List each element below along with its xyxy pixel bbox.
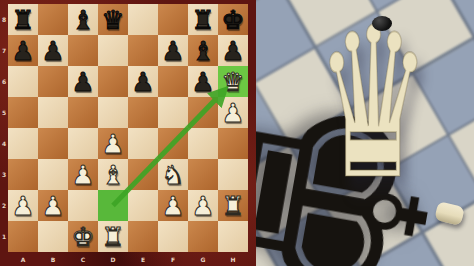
file-label-g: g xyxy=(188,252,218,266)
file-label-e: e xyxy=(128,252,158,266)
board-square-h3[interactable] xyxy=(218,159,248,190)
white-p-piece[interactable]: ♟ xyxy=(191,193,214,219)
black-p-piece[interactable]: ♟ xyxy=(71,69,94,95)
board-square-c8[interactable]: ♝ xyxy=(68,4,98,35)
board-square-b3[interactable] xyxy=(38,159,68,190)
chess-board-panel: 87654321 abcdefgh ♜♝♛♜♚♟♟♟♝♟♟♟♟♛♟♟♟♝♞♟♟♟… xyxy=(0,0,256,266)
white-p-piece[interactable]: ♟ xyxy=(11,193,34,219)
black-p-piece[interactable]: ♟ xyxy=(191,69,214,95)
board-square-g4[interactable] xyxy=(188,128,218,159)
board-square-a6[interactable] xyxy=(8,66,38,97)
board-square-b7[interactable]: ♟ xyxy=(38,35,68,66)
white-p-piece[interactable]: ♟ xyxy=(161,193,184,219)
board-square-d8[interactable]: ♛ xyxy=(98,4,128,35)
board-square-g8[interactable]: ♜ xyxy=(188,4,218,35)
black-p-piece[interactable]: ♟ xyxy=(131,69,154,95)
board-square-e7[interactable] xyxy=(128,35,158,66)
black-q-piece[interactable]: ♛ xyxy=(101,7,124,33)
board: ♜♝♛♜♚♟♟♟♝♟♟♟♟♛♟♟♟♝♞♟♟♟♟♜♚♜ xyxy=(8,4,248,252)
black-k-piece[interactable]: ♚ xyxy=(221,7,244,33)
board-square-b6[interactable] xyxy=(38,66,68,97)
board-square-c6[interactable]: ♟ xyxy=(68,66,98,97)
board-square-d4[interactable]: ♟ xyxy=(98,128,128,159)
white-p-piece[interactable]: ♟ xyxy=(41,193,64,219)
board-square-f5[interactable] xyxy=(158,97,188,128)
file-label-a: a xyxy=(8,252,38,266)
board-square-g3[interactable] xyxy=(188,159,218,190)
file-label-d: d xyxy=(98,252,128,266)
queen-ball-finial-icon xyxy=(372,16,392,31)
board-square-e6[interactable]: ♟ xyxy=(128,66,158,97)
white-r-piece[interactable]: ♜ xyxy=(101,224,124,250)
board-square-e3[interactable] xyxy=(128,159,158,190)
board-square-e8[interactable] xyxy=(128,4,158,35)
board-square-d2[interactable] xyxy=(98,190,128,221)
board-square-f3[interactable]: ♞ xyxy=(158,159,188,190)
chess-thumbnail: 87654321 abcdefgh ♜♝♛♜♚♟♟♟♝♟♟♟♟♛♟♟♟♝♞♟♟♟… xyxy=(0,0,474,266)
white-p-piece[interactable]: ♟ xyxy=(101,131,124,157)
board-square-a8[interactable]: ♜ xyxy=(8,4,38,35)
file-label-b: b xyxy=(38,252,68,266)
black-r-piece[interactable]: ♜ xyxy=(191,7,214,33)
board-square-f1[interactable] xyxy=(158,221,188,252)
board-square-d1[interactable]: ♜ xyxy=(98,221,128,252)
board-square-a7[interactable]: ♟ xyxy=(8,35,38,66)
rank-label-2: 2 xyxy=(0,190,8,221)
file-label-c: c xyxy=(68,252,98,266)
rank-label-5: 5 xyxy=(0,97,8,128)
board-square-c2[interactable] xyxy=(68,190,98,221)
board-square-e1[interactable] xyxy=(128,221,158,252)
board-square-c7[interactable] xyxy=(68,35,98,66)
rank-label-7: 7 xyxy=(0,35,8,66)
board-square-d6[interactable] xyxy=(98,66,128,97)
standing-white-queen: ♛ xyxy=(315,0,431,208)
white-p-piece[interactable]: ♟ xyxy=(221,100,244,126)
board-square-h1[interactable] xyxy=(218,221,248,252)
black-p-piece[interactable]: ♟ xyxy=(221,38,244,64)
board-square-a3[interactable] xyxy=(8,159,38,190)
board-square-g2[interactable]: ♟ xyxy=(188,190,218,221)
board-square-b1[interactable] xyxy=(38,221,68,252)
board-square-b8[interactable] xyxy=(38,4,68,35)
board-square-f4[interactable] xyxy=(158,128,188,159)
board-square-h8[interactable]: ♚ xyxy=(218,4,248,35)
black-b-piece[interactable]: ♝ xyxy=(71,7,94,33)
board-square-b4[interactable] xyxy=(38,128,68,159)
board-square-h7[interactable]: ♟ xyxy=(218,35,248,66)
rank-label-6: 6 xyxy=(0,66,8,97)
board-square-c5[interactable] xyxy=(68,97,98,128)
board-square-f8[interactable] xyxy=(158,4,188,35)
file-label-f: f xyxy=(158,252,188,266)
board-square-e4[interactable] xyxy=(128,128,158,159)
black-b-piece[interactable]: ♝ xyxy=(191,38,214,64)
board-square-f7[interactable]: ♟ xyxy=(158,35,188,66)
rank-label-8: 8 xyxy=(0,4,8,35)
board-square-g7[interactable]: ♝ xyxy=(188,35,218,66)
board-square-a4[interactable] xyxy=(8,128,38,159)
board-square-a1[interactable] xyxy=(8,221,38,252)
board-square-h5[interactable]: ♟ xyxy=(218,97,248,128)
board-square-c4[interactable] xyxy=(68,128,98,159)
white-n-piece[interactable]: ♞ xyxy=(161,162,184,188)
white-k-piece[interactable]: ♚ xyxy=(71,224,94,250)
board-square-g5[interactable] xyxy=(188,97,218,128)
board-square-e5[interactable] xyxy=(128,97,158,128)
board-square-h2[interactable]: ♜ xyxy=(218,190,248,221)
rank-labels: 87654321 xyxy=(0,4,8,252)
black-r-piece[interactable]: ♜ xyxy=(11,7,34,33)
board-square-h4[interactable] xyxy=(218,128,248,159)
board-square-d5[interactable] xyxy=(98,97,128,128)
file-label-h: h xyxy=(218,252,248,266)
white-p-piece[interactable]: ♟ xyxy=(71,162,94,188)
board-square-a2[interactable]: ♟ xyxy=(8,190,38,221)
board-square-d3[interactable]: ♝ xyxy=(98,159,128,190)
black-p-piece[interactable]: ♟ xyxy=(161,38,184,64)
file-labels: abcdefgh xyxy=(8,252,248,266)
rank-label-1: 1 xyxy=(0,221,8,252)
white-r-piece[interactable]: ♜ xyxy=(221,193,244,219)
black-p-piece[interactable]: ♟ xyxy=(41,38,64,64)
board-square-g1[interactable] xyxy=(188,221,218,252)
black-p-piece[interactable]: ♟ xyxy=(11,38,34,64)
board-square-g6[interactable]: ♟ xyxy=(188,66,218,97)
board-square-b5[interactable] xyxy=(38,97,68,128)
board-square-c1[interactable]: ♚ xyxy=(68,221,98,252)
board-square-e2[interactable] xyxy=(128,190,158,221)
white-q-piece[interactable]: ♛ xyxy=(221,69,244,95)
board-square-c3[interactable]: ♟ xyxy=(68,159,98,190)
board-square-h6[interactable]: ♛ xyxy=(218,66,248,97)
rank-label-4: 4 xyxy=(0,128,8,159)
board-square-d7[interactable] xyxy=(98,35,128,66)
rank-label-3: 3 xyxy=(0,159,8,190)
board-square-b2[interactable]: ♟ xyxy=(38,190,68,221)
board-square-f2[interactable]: ♟ xyxy=(158,190,188,221)
photo-panel: ♚ ♛ xyxy=(256,0,474,266)
board-square-a5[interactable] xyxy=(8,97,38,128)
white-b-piece[interactable]: ♝ xyxy=(101,162,124,188)
board-square-f6[interactable] xyxy=(158,66,188,97)
